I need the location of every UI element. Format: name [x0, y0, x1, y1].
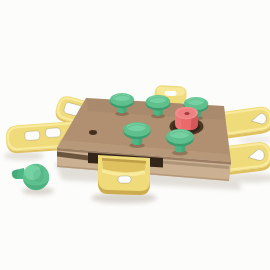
small-open-hole [89, 130, 97, 135]
drawer-front-tray[interactable] [98, 155, 150, 195]
drawer-handle-slot [24, 131, 40, 141]
drawer-handle-slot [45, 128, 61, 138]
product-photo-scene [0, 0, 270, 270]
drawer-handle-slot [118, 176, 131, 183]
drawer-handle-slot [164, 91, 176, 97]
left-drawer-shadow [4, 152, 44, 161]
